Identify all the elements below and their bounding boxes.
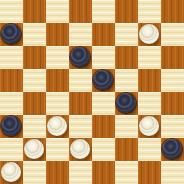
square-e2 <box>92 138 115 161</box>
square-b5 <box>23 69 46 92</box>
square-e8 <box>92 0 115 23</box>
square-f8[interactable] <box>115 0 138 23</box>
square-a4 <box>0 92 23 115</box>
black-man-piece-a7[interactable] <box>1 24 21 44</box>
white-man-piece-a1[interactable] <box>1 162 21 182</box>
square-d4[interactable] <box>69 92 92 115</box>
square-c2 <box>46 138 69 161</box>
square-c6 <box>46 46 69 69</box>
square-f6[interactable] <box>115 46 138 69</box>
square-c5[interactable] <box>46 69 69 92</box>
square-h1 <box>161 161 184 184</box>
square-b7 <box>23 23 46 46</box>
square-d5 <box>69 69 92 92</box>
square-b4[interactable] <box>23 92 46 115</box>
square-g4 <box>138 92 161 115</box>
black-man-piece-e5[interactable] <box>93 70 113 90</box>
square-a2 <box>0 138 23 161</box>
square-g8 <box>138 0 161 23</box>
white-man-piece-g3[interactable] <box>139 116 159 136</box>
square-h6[interactable] <box>161 46 184 69</box>
square-d8[interactable] <box>69 0 92 23</box>
square-g3[interactable] <box>138 115 161 138</box>
square-a8 <box>0 0 23 23</box>
square-f5 <box>115 69 138 92</box>
square-d2[interactable] <box>69 138 92 161</box>
square-g5[interactable] <box>138 69 161 92</box>
square-g7[interactable] <box>138 23 161 46</box>
white-man-piece-b2[interactable] <box>24 139 44 159</box>
square-f4[interactable] <box>115 92 138 115</box>
square-d3 <box>69 115 92 138</box>
square-b8[interactable] <box>23 0 46 23</box>
square-h8[interactable] <box>161 0 184 23</box>
checkers-board-window <box>0 0 184 184</box>
square-a7[interactable] <box>0 23 23 46</box>
square-a5[interactable] <box>0 69 23 92</box>
square-f2[interactable] <box>115 138 138 161</box>
square-g1[interactable] <box>138 161 161 184</box>
white-man-piece-c3[interactable] <box>47 116 67 136</box>
square-b6[interactable] <box>23 46 46 69</box>
square-c3[interactable] <box>46 115 69 138</box>
square-h7 <box>161 23 184 46</box>
square-e4 <box>92 92 115 115</box>
square-d6[interactable] <box>69 46 92 69</box>
square-e1[interactable] <box>92 161 115 184</box>
square-h5 <box>161 69 184 92</box>
square-c1[interactable] <box>46 161 69 184</box>
square-h3 <box>161 115 184 138</box>
black-man-piece-h2[interactable] <box>162 139 182 159</box>
square-g6 <box>138 46 161 69</box>
square-c8 <box>46 0 69 23</box>
checkers-board <box>0 0 184 184</box>
square-c4 <box>46 92 69 115</box>
square-b2[interactable] <box>23 138 46 161</box>
square-c7[interactable] <box>46 23 69 46</box>
square-a6 <box>0 46 23 69</box>
square-b1 <box>23 161 46 184</box>
square-f3 <box>115 115 138 138</box>
square-b3 <box>23 115 46 138</box>
square-f1 <box>115 161 138 184</box>
square-d1 <box>69 161 92 184</box>
square-e7[interactable] <box>92 23 115 46</box>
white-man-piece-g7[interactable] <box>139 24 159 44</box>
white-man-piece-d2[interactable] <box>70 139 90 159</box>
square-a3[interactable] <box>0 115 23 138</box>
square-a1[interactable] <box>0 161 23 184</box>
square-h2[interactable] <box>161 138 184 161</box>
black-man-piece-a3[interactable] <box>1 116 21 136</box>
square-e3[interactable] <box>92 115 115 138</box>
square-e5[interactable] <box>92 69 115 92</box>
square-g2 <box>138 138 161 161</box>
square-e6 <box>92 46 115 69</box>
square-d7 <box>69 23 92 46</box>
black-man-piece-d6[interactable] <box>70 47 90 67</box>
square-h4[interactable] <box>161 92 184 115</box>
black-man-piece-f4[interactable] <box>116 93 136 113</box>
square-f7 <box>115 23 138 46</box>
